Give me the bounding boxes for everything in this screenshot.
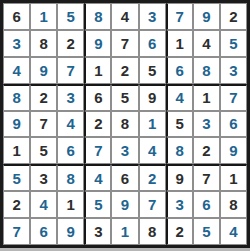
cell-r1c6[interactable]: 3 (139, 3, 166, 30)
cell-r5c2[interactable]: 7 (30, 111, 57, 138)
cell-r1c1[interactable]: 6 (3, 3, 30, 30)
cell-r3c4[interactable]: 1 (84, 57, 111, 84)
cell-r4c4[interactable]: 6 (84, 84, 111, 111)
cell-r1c3[interactable]: 5 (57, 3, 84, 30)
cell-r3c2[interactable]: 9 (30, 57, 57, 84)
cell-r3c8[interactable]: 8 (193, 57, 220, 84)
cell-r1c2[interactable]: 1 (30, 3, 57, 30)
cell-r2c6[interactable]: 6 (139, 30, 166, 57)
cell-r7c2[interactable]: 3 (30, 164, 57, 191)
cell-r7c3[interactable]: 8 (57, 164, 84, 191)
cell-r2c7[interactable]: 1 (166, 30, 193, 57)
cell-r8c9[interactable]: 8 (220, 191, 247, 218)
cell-r2c3[interactable]: 2 (57, 30, 84, 57)
cell-r9c6[interactable]: 8 (139, 218, 166, 245)
cell-r9c2[interactable]: 6 (30, 218, 57, 245)
cell-r3c3[interactable]: 7 (57, 57, 84, 84)
cell-r5c1[interactable]: 9 (3, 111, 30, 138)
cell-r2c9[interactable]: 5 (220, 30, 247, 57)
cell-r5c9[interactable]: 6 (220, 111, 247, 138)
cell-r7c4[interactable]: 4 (84, 164, 111, 191)
cell-r4c8[interactable]: 1 (193, 84, 220, 111)
cell-r2c4[interactable]: 9 (84, 30, 111, 57)
cell-r8c6[interactable]: 7 (139, 191, 166, 218)
cell-r6c6[interactable]: 4 (139, 137, 166, 164)
cell-r4c3[interactable]: 3 (57, 84, 84, 111)
cell-r6c5[interactable]: 3 (111, 137, 138, 164)
cell-r5c3[interactable]: 4 (57, 111, 84, 138)
cell-r2c2[interactable]: 8 (30, 30, 57, 57)
sudoku-page: 6158437923829761454971256838236594179742… (0, 0, 250, 251)
cell-r7c6[interactable]: 2 (139, 164, 166, 191)
cell-r2c1[interactable]: 3 (3, 30, 30, 57)
cell-r3c7[interactable]: 6 (166, 57, 193, 84)
cell-r4c7[interactable]: 4 (166, 84, 193, 111)
sudoku-board: 6158437923829761454971256838236594179742… (0, 0, 250, 248)
cell-r1c8[interactable]: 9 (193, 3, 220, 30)
cell-r6c9[interactable]: 9 (220, 137, 247, 164)
cell-r5c4[interactable]: 2 (84, 111, 111, 138)
cell-r7c1[interactable]: 5 (3, 164, 30, 191)
cell-r7c5[interactable]: 6 (111, 164, 138, 191)
cell-r3c5[interactable]: 2 (111, 57, 138, 84)
cell-r7c8[interactable]: 7 (193, 164, 220, 191)
cell-r6c3[interactable]: 6 (57, 137, 84, 164)
cell-r5c6[interactable]: 1 (139, 111, 166, 138)
cell-r6c1[interactable]: 1 (3, 137, 30, 164)
cell-r9c3[interactable]: 9 (57, 218, 84, 245)
cell-r2c5[interactable]: 7 (111, 30, 138, 57)
cell-r8c7[interactable]: 3 (166, 191, 193, 218)
cell-r6c7[interactable]: 8 (166, 137, 193, 164)
cell-r9c7[interactable]: 2 (166, 218, 193, 245)
cell-r8c4[interactable]: 5 (84, 191, 111, 218)
cell-r9c1[interactable]: 7 (3, 218, 30, 245)
cell-r5c8[interactable]: 3 (193, 111, 220, 138)
cell-r8c5[interactable]: 9 (111, 191, 138, 218)
cell-r1c7[interactable]: 7 (166, 3, 193, 30)
cell-r7c7[interactable]: 9 (166, 164, 193, 191)
cell-r4c1[interactable]: 8 (3, 84, 30, 111)
cell-r7c9[interactable]: 1 (220, 164, 247, 191)
cell-r4c9[interactable]: 7 (220, 84, 247, 111)
cell-r1c9[interactable]: 2 (220, 3, 247, 30)
cell-r6c4[interactable]: 7 (84, 137, 111, 164)
cell-r8c2[interactable]: 4 (30, 191, 57, 218)
cell-r8c8[interactable]: 6 (193, 191, 220, 218)
cell-r4c6[interactable]: 9 (139, 84, 166, 111)
cell-r6c8[interactable]: 2 (193, 137, 220, 164)
cell-r2c8[interactable]: 4 (193, 30, 220, 57)
cell-r4c2[interactable]: 2 (30, 84, 57, 111)
cell-r5c5[interactable]: 8 (111, 111, 138, 138)
cell-r3c1[interactable]: 4 (3, 57, 30, 84)
cell-r1c5[interactable]: 4 (111, 3, 138, 30)
cell-r3c6[interactable]: 5 (139, 57, 166, 84)
cell-r9c9[interactable]: 4 (220, 218, 247, 245)
cell-r9c8[interactable]: 5 (193, 218, 220, 245)
cell-r8c3[interactable]: 1 (57, 191, 84, 218)
cell-r4c5[interactable]: 5 (111, 84, 138, 111)
cell-r9c4[interactable]: 3 (84, 218, 111, 245)
cell-r8c1[interactable]: 2 (3, 191, 30, 218)
cell-r9c5[interactable]: 1 (111, 218, 138, 245)
cell-r6c2[interactable]: 5 (30, 137, 57, 164)
cell-r1c4[interactable]: 8 (84, 3, 111, 30)
cell-r3c9[interactable]: 3 (220, 57, 247, 84)
cell-r5c7[interactable]: 5 (166, 111, 193, 138)
